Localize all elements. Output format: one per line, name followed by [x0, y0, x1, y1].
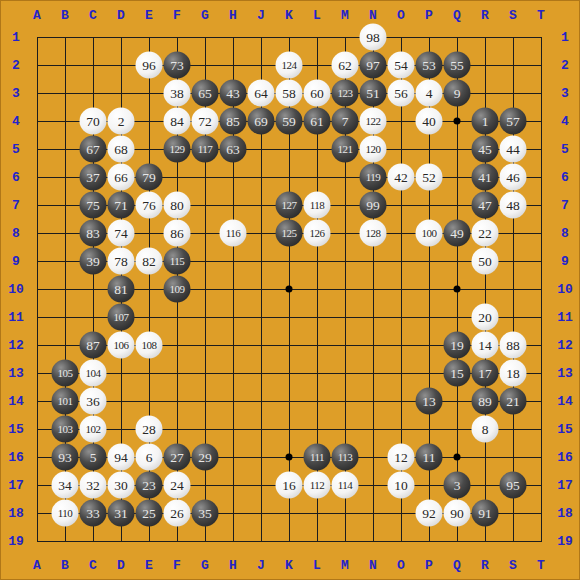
- white-stone-88-S12: 88: [500, 332, 527, 359]
- row-label-16: 16: [8, 451, 24, 464]
- row-label-8: 8: [561, 227, 569, 240]
- row-label-3: 3: [561, 87, 569, 100]
- column-label-F: F: [173, 559, 181, 572]
- row-label-4: 4: [561, 115, 569, 128]
- white-stone-52-P6: 52: [416, 164, 443, 191]
- column-label-D: D: [117, 559, 125, 572]
- white-stone-34-B17: 34: [52, 472, 79, 499]
- row-label-6: 6: [561, 171, 569, 184]
- white-stone-76-E7: 76: [136, 192, 163, 219]
- white-stone-56-O3: 56: [388, 80, 415, 107]
- black-stone-71-D7: 71: [108, 192, 135, 219]
- black-stone-1-R4: 1: [472, 108, 499, 135]
- white-stone-94-D16: 94: [108, 444, 135, 471]
- black-stone-83-C8: 83: [80, 220, 107, 247]
- row-label-2: 2: [561, 59, 569, 72]
- column-label-Q: Q: [453, 9, 461, 22]
- black-stone-7-M4: 7: [332, 108, 359, 135]
- row-label-8: 8: [12, 227, 20, 240]
- black-stone-29-G16: 29: [192, 444, 219, 471]
- row-label-6: 6: [12, 171, 20, 184]
- column-label-R: R: [481, 559, 489, 572]
- black-stone-43-H3: 43: [220, 80, 247, 107]
- black-stone-63-H5: 63: [220, 136, 247, 163]
- black-stone-53-P2: 53: [416, 52, 443, 79]
- column-label-R: R: [481, 9, 489, 22]
- black-stone-51-N3: 51: [360, 80, 387, 107]
- row-label-14: 14: [557, 395, 573, 408]
- white-stone-62-M2: 62: [332, 52, 359, 79]
- row-label-11: 11: [8, 311, 24, 324]
- go-board-diagram: ABCDEFGHJKLMNOPQRST ABCDEFGHJKLMNOPQRST …: [0, 0, 580, 580]
- white-stone-80-F7: 80: [164, 192, 191, 219]
- white-stone-112-L17: 112: [304, 472, 331, 499]
- black-stone-11-P16: 11: [416, 444, 443, 471]
- star-point-K10: [286, 286, 293, 293]
- row-label-12: 12: [8, 339, 24, 352]
- black-stone-57-S4: 57: [500, 108, 527, 135]
- white-stone-12-O16: 12: [388, 444, 415, 471]
- row-label-18: 18: [557, 507, 573, 520]
- black-stone-129-F5: 129: [164, 136, 191, 163]
- white-stone-102-C15: 102: [80, 416, 107, 443]
- black-stone-99-N7: 99: [360, 192, 387, 219]
- column-label-M: M: [341, 559, 349, 572]
- column-label-S: S: [509, 559, 517, 572]
- white-stone-100-P8: 100: [416, 220, 443, 247]
- white-stone-92-P18: 92: [416, 500, 443, 527]
- black-stone-91-R18: 91: [472, 500, 499, 527]
- black-stone-59-K4: 59: [276, 108, 303, 135]
- black-stone-25-E18: 25: [136, 500, 163, 527]
- black-stone-41-R6: 41: [472, 164, 499, 191]
- row-label-17: 17: [557, 479, 573, 492]
- column-label-M: M: [341, 9, 349, 22]
- row-label-3: 3: [12, 87, 20, 100]
- black-stone-15-Q13: 15: [444, 360, 471, 387]
- row-label-7: 7: [561, 199, 569, 212]
- column-label-E: E: [145, 559, 153, 572]
- column-label-P: P: [425, 559, 433, 572]
- black-stone-17-R13: 17: [472, 360, 499, 387]
- row-label-14: 14: [8, 395, 24, 408]
- white-stone-110-B18: 110: [52, 500, 79, 527]
- black-stone-127-K7: 127: [276, 192, 303, 219]
- black-stone-23-E17: 23: [136, 472, 163, 499]
- black-stone-115-F9: 115: [164, 248, 191, 275]
- black-stone-113-M16: 113: [332, 444, 359, 471]
- column-label-T: T: [537, 559, 545, 572]
- black-stone-13-P14: 13: [416, 388, 443, 415]
- column-label-E: E: [145, 9, 153, 22]
- black-stone-55-Q2: 55: [444, 52, 471, 79]
- column-label-Q: Q: [453, 559, 461, 572]
- white-stone-14-R12: 14: [472, 332, 499, 359]
- column-label-B: B: [61, 559, 69, 572]
- column-label-D: D: [117, 9, 125, 22]
- black-stone-65-G3: 65: [192, 80, 219, 107]
- row-label-17: 17: [8, 479, 24, 492]
- row-label-9: 9: [561, 255, 569, 268]
- black-stone-97-N2: 97: [360, 52, 387, 79]
- white-stone-108-E12: 108: [136, 332, 163, 359]
- white-stone-22-R8: 22: [472, 220, 499, 247]
- row-label-15: 15: [557, 423, 573, 436]
- black-stone-101-B14: 101: [52, 388, 79, 415]
- row-label-13: 13: [557, 367, 573, 380]
- white-stone-84-F4: 84: [164, 108, 191, 135]
- row-label-16: 16: [557, 451, 573, 464]
- white-stone-126-L8: 126: [304, 220, 331, 247]
- column-label-P: P: [425, 9, 433, 22]
- white-stone-20-R11: 20: [472, 304, 499, 331]
- row-label-10: 10: [557, 283, 573, 296]
- row-label-1: 1: [561, 31, 569, 44]
- column-label-K: K: [285, 9, 293, 22]
- white-stone-48-S7: 48: [500, 192, 527, 219]
- black-stone-9-Q3: 9: [444, 80, 471, 107]
- column-label-L: L: [313, 9, 321, 22]
- white-stone-36-C14: 36: [80, 388, 107, 415]
- row-label-1: 1: [12, 31, 20, 44]
- white-stone-114-M17: 114: [332, 472, 359, 499]
- column-label-H: H: [229, 559, 237, 572]
- black-stone-111-L16: 111: [304, 444, 331, 471]
- black-stone-49-Q8: 49: [444, 220, 471, 247]
- white-stone-32-C17: 32: [80, 472, 107, 499]
- black-stone-33-C18: 33: [80, 500, 107, 527]
- black-stone-103-B15: 103: [52, 416, 79, 443]
- star-point-Q16: [454, 454, 461, 461]
- white-stone-28-E15: 28: [136, 416, 163, 443]
- black-stone-105-B13: 105: [52, 360, 79, 387]
- white-stone-120-N5: 120: [360, 136, 387, 163]
- column-label-C: C: [89, 559, 97, 572]
- white-stone-116-H8: 116: [220, 220, 247, 247]
- black-stone-81-D10: 81: [108, 276, 135, 303]
- black-stone-123-M3: 123: [332, 80, 359, 107]
- column-label-O: O: [397, 9, 405, 22]
- white-stone-8-R15: 8: [472, 416, 499, 443]
- black-stone-93-B16: 93: [52, 444, 79, 471]
- row-label-11: 11: [557, 311, 573, 324]
- white-stone-124-K2: 124: [276, 52, 303, 79]
- black-stone-119-N6: 119: [360, 164, 387, 191]
- white-stone-82-E9: 82: [136, 248, 163, 275]
- black-stone-21-S14: 21: [500, 388, 527, 415]
- column-label-K: K: [285, 559, 293, 572]
- white-stone-104-C13: 104: [80, 360, 107, 387]
- column-label-B: B: [61, 9, 69, 22]
- column-label-N: N: [369, 559, 377, 572]
- white-stone-90-Q18: 90: [444, 500, 471, 527]
- white-stone-16-K17: 16: [276, 472, 303, 499]
- black-stone-39-C9: 39: [80, 248, 107, 275]
- white-stone-60-L3: 60: [304, 80, 331, 107]
- white-stone-70-C4: 70: [80, 108, 107, 135]
- row-label-19: 19: [8, 535, 24, 548]
- black-stone-85-H4: 85: [220, 108, 247, 135]
- row-label-18: 18: [8, 507, 24, 520]
- column-label-S: S: [509, 9, 517, 22]
- black-stone-73-F2: 73: [164, 52, 191, 79]
- column-label-L: L: [313, 559, 321, 572]
- black-stone-67-C5: 67: [80, 136, 107, 163]
- row-label-10: 10: [8, 283, 24, 296]
- star-point-K16: [286, 454, 293, 461]
- row-label-2: 2: [12, 59, 20, 72]
- row-label-19: 19: [557, 535, 573, 548]
- column-label-H: H: [229, 9, 237, 22]
- black-stone-79-E6: 79: [136, 164, 163, 191]
- black-stone-107-D11: 107: [108, 304, 135, 331]
- row-label-4: 4: [12, 115, 20, 128]
- row-label-5: 5: [561, 143, 569, 156]
- white-stone-38-F3: 38: [164, 80, 191, 107]
- black-stone-69-J4: 69: [248, 108, 275, 135]
- white-stone-86-F8: 86: [164, 220, 191, 247]
- black-stone-31-D18: 31: [108, 500, 135, 527]
- black-stone-117-G5: 117: [192, 136, 219, 163]
- white-stone-98-N1: 98: [360, 24, 387, 51]
- white-stone-72-G4: 72: [192, 108, 219, 135]
- black-stone-47-R7: 47: [472, 192, 499, 219]
- white-stone-44-S5: 44: [500, 136, 527, 163]
- white-stone-128-N8: 128: [360, 220, 387, 247]
- white-stone-66-D6: 66: [108, 164, 135, 191]
- column-label-T: T: [537, 9, 545, 22]
- black-stone-19-Q12: 19: [444, 332, 471, 359]
- column-label-G: G: [201, 9, 209, 22]
- white-stone-118-L7: 118: [304, 192, 331, 219]
- black-stone-35-G18: 35: [192, 500, 219, 527]
- row-label-13: 13: [8, 367, 24, 380]
- star-point-Q10: [454, 286, 461, 293]
- column-label-O: O: [397, 559, 405, 572]
- black-stone-89-R14: 89: [472, 388, 499, 415]
- column-label-N: N: [369, 9, 377, 22]
- column-label-J: J: [257, 559, 265, 572]
- white-stone-6-E16: 6: [136, 444, 163, 471]
- black-stone-95-S17: 95: [500, 472, 527, 499]
- white-stone-18-S13: 18: [500, 360, 527, 387]
- black-stone-87-C12: 87: [80, 332, 107, 359]
- column-label-F: F: [173, 9, 181, 22]
- column-label-C: C: [89, 9, 97, 22]
- black-stone-121-M5: 121: [332, 136, 359, 163]
- white-stone-26-F18: 26: [164, 500, 191, 527]
- row-label-15: 15: [8, 423, 24, 436]
- white-stone-74-D8: 74: [108, 220, 135, 247]
- white-stone-58-K3: 58: [276, 80, 303, 107]
- white-stone-4-P3: 4: [416, 80, 443, 107]
- white-stone-122-N4: 122: [360, 108, 387, 135]
- black-stone-61-L4: 61: [304, 108, 331, 135]
- column-label-J: J: [257, 9, 265, 22]
- white-stone-46-S6: 46: [500, 164, 527, 191]
- black-stone-3-Q17: 3: [444, 472, 471, 499]
- black-stone-125-K8: 125: [276, 220, 303, 247]
- white-stone-24-F17: 24: [164, 472, 191, 499]
- white-stone-10-O17: 10: [388, 472, 415, 499]
- white-stone-50-R9: 50: [472, 248, 499, 275]
- white-stone-40-P4: 40: [416, 108, 443, 135]
- white-stone-64-J3: 64: [248, 80, 275, 107]
- star-point-Q4: [454, 118, 461, 125]
- white-stone-78-D9: 78: [108, 248, 135, 275]
- column-label-A: A: [33, 9, 41, 22]
- black-stone-75-C7: 75: [80, 192, 107, 219]
- black-stone-45-R5: 45: [472, 136, 499, 163]
- row-label-9: 9: [12, 255, 20, 268]
- white-stone-68-D5: 68: [108, 136, 135, 163]
- column-label-G: G: [201, 559, 209, 572]
- white-stone-2-D4: 2: [108, 108, 135, 135]
- white-stone-54-O2: 54: [388, 52, 415, 79]
- white-stone-42-O6: 42: [388, 164, 415, 191]
- column-label-A: A: [33, 559, 41, 572]
- black-stone-37-C6: 37: [80, 164, 107, 191]
- black-stone-109-F10: 109: [164, 276, 191, 303]
- row-label-7: 7: [12, 199, 20, 212]
- white-stone-106-D12: 106: [108, 332, 135, 359]
- white-stone-30-D17: 30: [108, 472, 135, 499]
- white-stone-96-E2: 96: [136, 52, 163, 79]
- row-label-12: 12: [557, 339, 573, 352]
- black-stone-27-F16: 27: [164, 444, 191, 471]
- black-stone-5-C16: 5: [80, 444, 107, 471]
- row-label-5: 5: [12, 143, 20, 156]
